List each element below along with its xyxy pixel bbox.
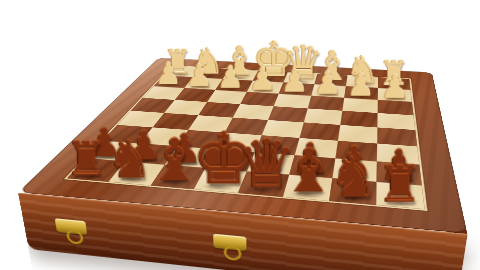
white-king: ♚ <box>252 36 283 82</box>
square-a8: ♜ <box>376 182 424 209</box>
product-photo-stage: ♜♞♝♚♛♝♞♜♟♟♟♟♟♟♟♟♟♟♟♟♟♟♟♟♜♞♝♚♛♝♞♜ <box>0 0 480 270</box>
square-d6 <box>255 135 300 155</box>
square-d3 <box>274 94 312 109</box>
square-a6 <box>377 144 419 165</box>
square-e3 <box>240 92 279 106</box>
chess-board: ♜♞♝♚♛♝♞♜♟♟♟♟♟♟♟♟♟♟♟♟♟♟♟♟♜♞♝♚♛♝♞♜ <box>18 58 468 234</box>
scene: ♜♞♝♚♛♝♞♜♟♟♟♟♟♟♟♟♟♟♟♟♟♟♟♟♜♞♝♚♛♝♞♜ <box>96 0 440 270</box>
brass-clasp-icon <box>213 233 246 250</box>
white-queen: ♛ <box>283 41 314 84</box>
square-d4 <box>268 106 308 122</box>
square-c5 <box>299 122 340 140</box>
square-a3 <box>378 100 414 115</box>
brass-clasp-icon <box>55 218 88 235</box>
square-d8: ♛ <box>238 171 289 197</box>
